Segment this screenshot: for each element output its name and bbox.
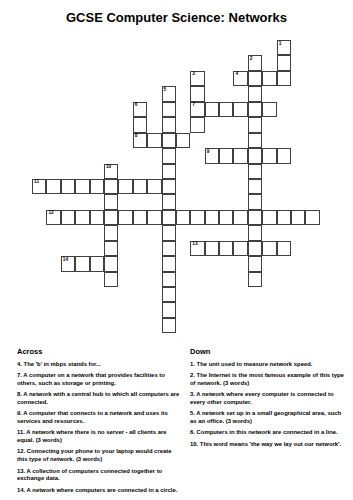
down-clue-list: 1. The unit used to measure network spee… [190,361,348,449]
grid-cell[interactable] [205,210,219,225]
clue-number: 1 [279,42,282,47]
grid-cell[interactable] [162,287,176,302]
grid-cell[interactable]: 5 [162,86,176,101]
grid-cell[interactable] [75,210,89,225]
clue-item-text: A network set up in a small geographical… [190,410,341,424]
grid-cell[interactable] [104,210,118,225]
grid-cell[interactable]: 1 [277,40,291,55]
grid-cell[interactable] [90,210,104,225]
grid-cell[interactable] [176,210,190,225]
grid-cell[interactable] [248,164,262,179]
grid-cell[interactable] [147,133,161,148]
grid-cell[interactable] [104,272,118,287]
grid-cell[interactable] [219,241,233,256]
clue-item-text: A collection of computers connected toge… [17,468,162,482]
grid-cell[interactable]: 12 [46,210,60,225]
grid-cell[interactable] [104,194,118,209]
grid-cell[interactable] [233,210,247,225]
grid-cell[interactable] [277,148,291,163]
grid-cell[interactable] [248,194,262,209]
clue-item-number: 13. [17,468,27,474]
clue-item: 10. This word means 'the way we lay out … [190,441,348,449]
grid-cell[interactable] [162,225,176,240]
clue-number: 10 [106,165,111,170]
grid-cell[interactable] [262,148,276,163]
grid-cell[interactable] [262,102,276,117]
clue-number: 6 [135,103,138,108]
clue-item-text: A network where there is no server - all… [17,429,167,443]
grid-cell[interactable] [219,102,233,117]
clue-item: 6. Computers in this network are connect… [190,429,348,437]
clue-item-text: A computer on a network that provides fa… [17,372,165,386]
clue-item-text: Computers in this network are connected … [197,429,338,435]
grid-cell[interactable] [262,71,276,86]
grid-cell[interactable] [162,241,176,256]
clue-item-text: This word means 'the way we lay out our … [200,441,341,447]
clue-item: 4. The 'b' in mbps stands for... [17,361,180,369]
grid-cell[interactable] [248,256,262,271]
grid-cell[interactable] [190,117,204,132]
clue-item-text: The Internet is the most famous example … [190,372,344,386]
clue-item: 13. A collection of computers connected … [17,468,180,483]
grid-cell[interactable] [104,179,118,194]
grid-cell[interactable] [248,241,262,256]
clue-item: 7. A computer on a network that provides… [17,372,180,387]
grid-cell[interactable] [190,210,204,225]
grid-cell[interactable] [305,210,319,225]
grid-cell[interactable] [190,86,204,101]
grid-cell[interactable] [248,148,262,163]
grid-cell[interactable] [90,179,104,194]
grid-cell[interactable] [248,102,262,117]
clue-item: 8. A network with a central hub to which… [17,391,180,406]
clue-number: 11 [34,180,39,185]
grid-cell[interactable] [118,210,132,225]
grid-cell[interactable] [248,272,262,287]
clue-number: 3 [192,72,195,77]
grid-cell[interactable] [262,241,276,256]
grid-cell[interactable] [277,71,291,86]
clue-item-number: 12. [17,448,27,454]
clue-item-number: 11. [17,429,26,435]
grid-cell[interactable] [162,210,176,225]
clue-item: 1. The unit used to measure network spee… [190,361,348,369]
grid-cell[interactable] [147,210,161,225]
down-clues-section: Down 1. The unit used to measure network… [190,347,348,452]
clue-item: 12. Connecting your phone to your laptop… [17,448,180,463]
grid-cell[interactable] [90,256,104,271]
grid-cell[interactable] [248,86,262,101]
grid-cell[interactable]: 2 [248,55,262,70]
grid-cell[interactable] [176,133,190,148]
clue-item-text: The 'b' in mbps stands for... [24,361,101,367]
clue-item: 3. A network where every computer is con… [190,391,348,406]
clue-item: 11. A network where there is no server -… [17,429,180,444]
grid-cell[interactable] [104,256,118,271]
grid-cell[interactable]: 9 [205,148,219,163]
grid-cell[interactable] [233,241,247,256]
grid-cell[interactable] [104,241,118,256]
grid-cell[interactable] [248,225,262,240]
grid-cell[interactable] [162,256,176,271]
grid-cell[interactable]: 11 [32,179,46,194]
grid-cell[interactable] [233,102,247,117]
clue-number: 5 [164,88,167,93]
grid-cell[interactable] [162,102,176,117]
grid-cell[interactable] [162,302,176,317]
clue-item-number: 10. [190,441,200,447]
grid-cell[interactable] [262,210,276,225]
grid-cell[interactable]: 3 [190,71,204,86]
grid-cell[interactable]: 4 [233,71,247,86]
grid-cell[interactable] [277,55,291,70]
grid-cell[interactable] [104,225,118,240]
grid-cell[interactable] [133,210,147,225]
grid-cell[interactable] [248,210,262,225]
grid-cell[interactable]: 14 [61,256,75,271]
grid-cell[interactable] [75,179,89,194]
grid-cell[interactable]: 10 [104,164,118,179]
clue-number: 13 [192,242,197,247]
grid-cell[interactable] [162,148,176,163]
clue-item-number: 14. [17,487,27,493]
clue-number: 2 [250,57,253,62]
grid-cell[interactable] [162,318,176,333]
grid-cell[interactable] [248,133,262,148]
across-heading: Across [17,347,180,356]
grid-cell[interactable] [277,241,291,256]
page-title: GCSE Computer Science: Networks [0,10,353,25]
clue-item: 2. The Internet is the most famous examp… [190,372,348,387]
across-clue-list: 4. The 'b' in mbps stands for...7. A com… [17,361,180,495]
grid-cell[interactable] [133,117,147,132]
grid-cell[interactable]: 8 [133,133,147,148]
grid-cell[interactable] [248,117,262,132]
grid-cell[interactable] [205,241,219,256]
clue-number: 12 [48,211,53,216]
clue-number: 9 [207,150,210,155]
grid-cell[interactable] [162,194,176,209]
clue-number: 8 [135,134,138,139]
clue-item-text: Connecting your phone to your laptop wou… [17,448,171,462]
grid-cell[interactable] [133,179,147,194]
grid-cell[interactable] [162,133,176,148]
clue-item-text: A computer that connects to a network an… [17,410,168,424]
grid-cell[interactable] [61,210,75,225]
grid-cell[interactable] [248,179,262,194]
clue-item-text: The unit used to measure network speed. [197,361,313,367]
clue-item-text: A network where every computer is connec… [190,391,334,405]
clue-number: 4 [235,72,238,77]
grid-cell[interactable] [147,179,161,194]
grid-cell[interactable]: 6 [133,102,147,117]
grid-cell[interactable] [219,148,233,163]
grid-cell[interactable] [248,71,262,86]
grid-cell[interactable]: 13 [190,241,204,256]
grid-cell[interactable] [75,256,89,271]
clue-item-text: A network where computers are connected … [27,487,178,493]
grid-cell[interactable] [162,179,176,194]
grid-cell[interactable] [61,179,75,194]
grid-cell[interactable] [162,272,176,287]
clue-item: 14. A network where computers are connec… [17,487,180,495]
grid-cell[interactable] [162,117,176,132]
grid-cell[interactable] [277,210,291,225]
grid-cell[interactable] [291,210,305,225]
grid-cell[interactable] [46,179,60,194]
grid-cell[interactable] [205,102,219,117]
clue-item-text: A network with a central hub to which al… [17,391,179,405]
crossword-grid: 1234567891011121314 [32,40,320,333]
grid-cell[interactable] [162,164,176,179]
grid-cell[interactable]: 7 [190,102,204,117]
clue-item: 5. A network set up in a small geographi… [190,410,348,425]
across-clues-section: Across 4. The 'b' in mbps stands for...7… [17,347,180,498]
clue-item: 9. A computer that connects to a network… [17,410,180,425]
grid-cell[interactable] [233,148,247,163]
clue-number: 14 [63,258,68,263]
clue-number: 7 [192,103,195,108]
grid-cell[interactable] [219,210,233,225]
down-heading: Down [190,347,348,356]
grid-cell[interactable] [118,179,132,194]
